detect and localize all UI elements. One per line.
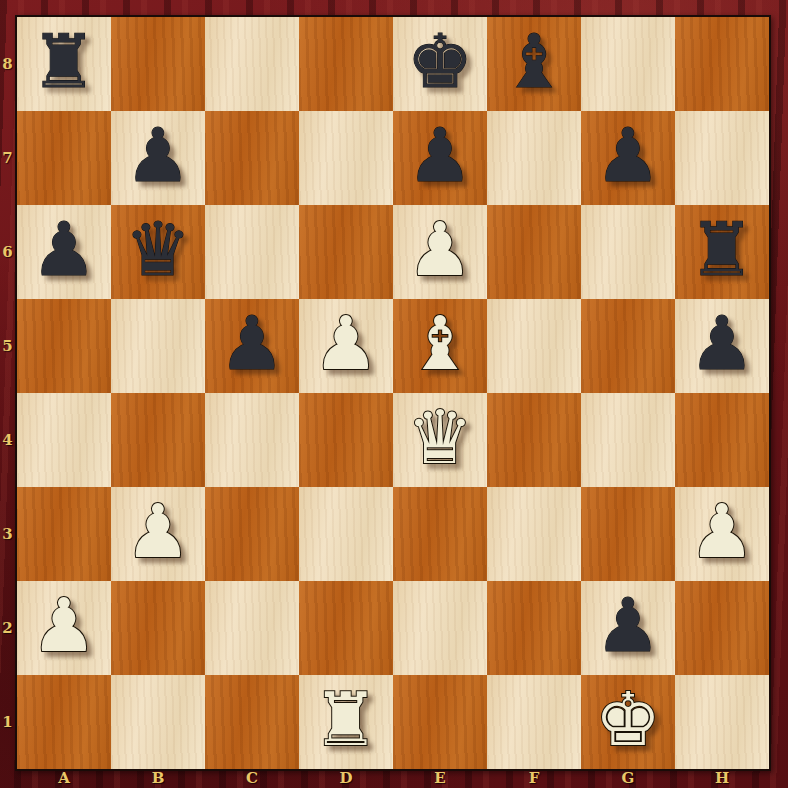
square-h5[interactable]: ♟: [675, 299, 769, 393]
file-label-b: B: [111, 769, 205, 788]
black-pawn-icon[interactable]: ♟: [407, 118, 473, 192]
square-g1[interactable]: ♚: [581, 675, 675, 769]
square-f3[interactable]: [487, 487, 581, 581]
square-d4[interactable]: [299, 393, 393, 487]
square-f6[interactable]: [487, 205, 581, 299]
rank-label-1: 1: [0, 675, 15, 769]
white-pawn-icon[interactable]: ♟: [31, 588, 97, 662]
square-f5[interactable]: [487, 299, 581, 393]
square-c6[interactable]: [205, 205, 299, 299]
square-g4[interactable]: [581, 393, 675, 487]
square-c3[interactable]: [205, 487, 299, 581]
square-c8[interactable]: [205, 17, 299, 111]
black-pawn-icon[interactable]: ♟: [689, 306, 755, 380]
file-label-d: D: [299, 769, 393, 788]
board-frame: 87654321 ♜♚♝♟♟♟♟♛♟♜♟♟♝♟♛♟♟♟♟♜♚ ABCDEFGH: [0, 0, 788, 788]
square-g3[interactable]: [581, 487, 675, 581]
file-label-g: G: [581, 769, 675, 788]
rank-label-5: 5: [0, 299, 15, 393]
square-f7[interactable]: [487, 111, 581, 205]
square-b6[interactable]: ♛: [111, 205, 205, 299]
white-pawn-icon[interactable]: ♟: [407, 212, 473, 286]
square-e3[interactable]: [393, 487, 487, 581]
square-c5[interactable]: ♟: [205, 299, 299, 393]
square-e1[interactable]: [393, 675, 487, 769]
square-a6[interactable]: ♟: [17, 205, 111, 299]
square-g6[interactable]: [581, 205, 675, 299]
white-pawn-icon[interactable]: ♟: [313, 306, 379, 380]
square-h2[interactable]: [675, 581, 769, 675]
square-b4[interactable]: [111, 393, 205, 487]
square-h6[interactable]: ♜: [675, 205, 769, 299]
black-pawn-icon[interactable]: ♟: [595, 588, 661, 662]
rank-label-2: 2: [0, 581, 15, 675]
square-b7[interactable]: ♟: [111, 111, 205, 205]
square-f1[interactable]: [487, 675, 581, 769]
black-pawn-icon[interactable]: ♟: [595, 118, 661, 192]
file-label-h: H: [675, 769, 769, 788]
square-e7[interactable]: ♟: [393, 111, 487, 205]
square-e4[interactable]: ♛: [393, 393, 487, 487]
square-d8[interactable]: [299, 17, 393, 111]
chess-board[interactable]: ♜♚♝♟♟♟♟♛♟♜♟♟♝♟♛♟♟♟♟♜♚: [15, 15, 771, 771]
square-h8[interactable]: [675, 17, 769, 111]
square-g8[interactable]: [581, 17, 675, 111]
white-rook-icon[interactable]: ♜: [313, 682, 379, 756]
rank-label-3: 3: [0, 487, 15, 581]
square-d5[interactable]: ♟: [299, 299, 393, 393]
white-queen-icon[interactable]: ♛: [407, 400, 473, 474]
square-a4[interactable]: [17, 393, 111, 487]
white-pawn-icon[interactable]: ♟: [125, 494, 191, 568]
square-a2[interactable]: ♟: [17, 581, 111, 675]
square-a5[interactable]: [17, 299, 111, 393]
square-g5[interactable]: [581, 299, 675, 393]
square-e8[interactable]: ♚: [393, 17, 487, 111]
rank-labels: 87654321: [0, 17, 15, 769]
rank-label-7: 7: [0, 111, 15, 205]
square-b1[interactable]: [111, 675, 205, 769]
square-b3[interactable]: ♟: [111, 487, 205, 581]
square-e5[interactable]: ♝: [393, 299, 487, 393]
black-pawn-icon[interactable]: ♟: [31, 212, 97, 286]
square-c1[interactable]: [205, 675, 299, 769]
rank-label-6: 6: [0, 205, 15, 299]
square-h7[interactable]: [675, 111, 769, 205]
square-h4[interactable]: [675, 393, 769, 487]
white-pawn-icon[interactable]: ♟: [689, 494, 755, 568]
square-h3[interactable]: ♟: [675, 487, 769, 581]
square-d3[interactable]: [299, 487, 393, 581]
square-b8[interactable]: [111, 17, 205, 111]
black-king-icon[interactable]: ♚: [407, 24, 473, 98]
file-labels: ABCDEFGH: [17, 769, 769, 788]
square-f2[interactable]: [487, 581, 581, 675]
square-g7[interactable]: ♟: [581, 111, 675, 205]
square-d6[interactable]: [299, 205, 393, 299]
black-queen-icon[interactable]: ♛: [125, 212, 191, 286]
file-label-f: F: [487, 769, 581, 788]
square-c4[interactable]: [205, 393, 299, 487]
square-d7[interactable]: [299, 111, 393, 205]
square-d1[interactable]: ♜: [299, 675, 393, 769]
square-a8[interactable]: ♜: [17, 17, 111, 111]
square-e2[interactable]: [393, 581, 487, 675]
square-f8[interactable]: ♝: [487, 17, 581, 111]
black-rook-icon[interactable]: ♜: [31, 24, 97, 98]
file-label-a: A: [17, 769, 111, 788]
square-f4[interactable]: [487, 393, 581, 487]
square-c7[interactable]: [205, 111, 299, 205]
square-h1[interactable]: [675, 675, 769, 769]
square-a7[interactable]: [17, 111, 111, 205]
square-e6[interactable]: ♟: [393, 205, 487, 299]
file-label-e: E: [393, 769, 487, 788]
white-bishop-icon[interactable]: ♝: [407, 306, 473, 380]
black-pawn-icon[interactable]: ♟: [125, 118, 191, 192]
square-g2[interactable]: ♟: [581, 581, 675, 675]
black-pawn-icon[interactable]: ♟: [219, 306, 285, 380]
square-a3[interactable]: [17, 487, 111, 581]
square-b2[interactable]: [111, 581, 205, 675]
square-a1[interactable]: [17, 675, 111, 769]
black-bishop-icon[interactable]: ♝: [501, 24, 567, 98]
black-rook-icon[interactable]: ♜: [689, 212, 755, 286]
rank-label-8: 8: [0, 17, 15, 111]
white-king-icon[interactable]: ♚: [595, 682, 661, 756]
rank-label-4: 4: [0, 393, 15, 487]
file-label-c: C: [205, 769, 299, 788]
square-d2[interactable]: [299, 581, 393, 675]
square-c2[interactable]: [205, 581, 299, 675]
square-b5[interactable]: [111, 299, 205, 393]
